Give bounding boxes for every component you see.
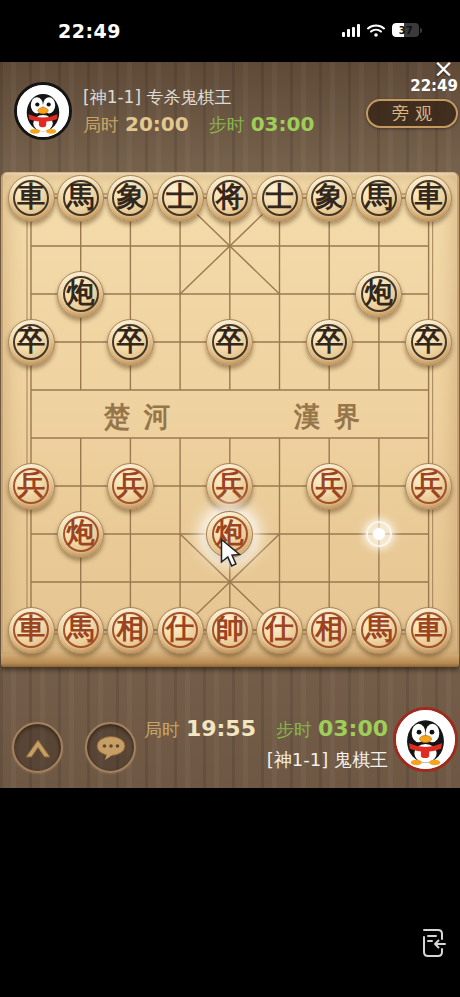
spectate-button[interactable]: 旁观 (366, 99, 458, 128)
piece-red-兵[interactable]: 兵 (8, 463, 55, 510)
wifi-icon (367, 24, 385, 37)
piece-character: 兵 (17, 471, 45, 499)
piece-character: 兵 (415, 471, 443, 499)
piece-character: 炮 (365, 279, 393, 307)
piece-character: 卒 (116, 327, 144, 355)
piece-character: 車 (17, 615, 45, 643)
player-name: [神1-1] 鬼棋王 (267, 748, 388, 772)
piece-black-卒[interactable]: 卒 (306, 319, 353, 366)
piece-character: 相 (116, 615, 144, 643)
piece-character: 炮 (67, 519, 95, 547)
piece-character: 帥 (216, 615, 244, 643)
piece-red-兵[interactable]: 兵 (306, 463, 353, 510)
battery-percent: 37 (392, 23, 419, 37)
piece-red-炮[interactable]: 炮 (57, 511, 104, 558)
floating-window-icon[interactable] (416, 927, 446, 959)
cellular-signal-icon (342, 24, 361, 37)
opponent-clock: 局时 20:00 步时 03:00 (83, 112, 314, 137)
piece-black-馬[interactable]: 馬 (57, 175, 104, 222)
piece-red-車[interactable]: 車 (8, 607, 55, 654)
move-origin-marker (366, 521, 392, 547)
status-bar: 22:49 37 (0, 0, 460, 62)
move-time-label: 步时 (209, 113, 245, 137)
piece-character: 士 (166, 183, 194, 211)
game-time-value: 19:55 (186, 716, 256, 741)
river-label-right: 漢界 (294, 399, 374, 436)
piece-black-卒[interactable]: 卒 (107, 319, 154, 366)
piece-black-炮[interactable]: 炮 (355, 271, 402, 318)
piece-character: 馬 (365, 615, 393, 643)
board-grid (0, 172, 460, 654)
piece-red-兵[interactable]: 兵 (107, 463, 154, 510)
piece-red-仕[interactable]: 仕 (256, 607, 303, 654)
player-avatar[interactable] (393, 707, 458, 772)
piece-character: 将 (216, 183, 244, 211)
expand-menu-button[interactable] (12, 722, 63, 773)
piece-black-卒[interactable]: 卒 (206, 319, 253, 366)
piece-black-馬[interactable]: 馬 (355, 175, 402, 222)
piece-character: 車 (415, 183, 443, 211)
piece-character: 卒 (415, 327, 443, 355)
status-time: 22:49 (58, 20, 121, 42)
piece-red-馬[interactable]: 馬 (57, 607, 104, 654)
game-time-label: 局时 (144, 718, 180, 742)
qq-penguin-icon (17, 85, 69, 137)
piece-black-将[interactable]: 将 (206, 175, 253, 222)
piece-character: 象 (315, 183, 343, 211)
piece-red-車[interactable]: 車 (405, 607, 452, 654)
river-label-left: 楚河 (104, 399, 184, 436)
game-time-value: 20:00 (125, 112, 189, 136)
phone-screen: 22:49 37 (0, 0, 460, 997)
piece-character: 馬 (67, 615, 95, 643)
piece-red-相[interactable]: 相 (306, 607, 353, 654)
piece-black-士[interactable]: 士 (157, 175, 204, 222)
xiangqi-board[interactable]: 楚河 漢界 車馬象士将士象馬車炮炮卒卒卒卒卒兵兵兵兵兵炮炮車馬相仕帥仕相馬車 (0, 172, 460, 667)
piece-character: 車 (17, 183, 45, 211)
piece-character: 卒 (17, 327, 45, 355)
piece-black-卒[interactable]: 卒 (405, 319, 452, 366)
letterbox-footer (0, 788, 460, 997)
piece-character: 象 (116, 183, 144, 211)
piece-character: 仕 (266, 615, 294, 643)
piece-character: 馬 (67, 183, 95, 211)
piece-black-車[interactable]: 車 (405, 175, 452, 222)
opponent-avatar[interactable] (14, 82, 72, 140)
piece-red-兵[interactable]: 兵 (206, 463, 253, 510)
piece-black-炮[interactable]: 炮 (57, 271, 104, 318)
opponent-name: [神1-1] 专杀鬼棋王 (83, 86, 231, 109)
piece-character: 士 (266, 183, 294, 211)
piece-character: 馬 (365, 183, 393, 211)
move-time-label: 步时 (276, 718, 312, 742)
piece-character: 兵 (216, 471, 244, 499)
move-time-value: 03:00 (318, 716, 388, 741)
piece-character: 兵 (315, 471, 343, 499)
piece-black-卒[interactable]: 卒 (8, 319, 55, 366)
piece-red-帥[interactable]: 帥 (206, 607, 253, 654)
piece-black-象[interactable]: 象 (107, 175, 154, 222)
move-time-value: 03:00 (251, 112, 315, 136)
chevron-up-icon (23, 736, 53, 760)
chat-button[interactable] (85, 722, 136, 773)
piece-black-象[interactable]: 象 (306, 175, 353, 222)
piece-red-相[interactable]: 相 (107, 607, 154, 654)
piece-red-馬[interactable]: 馬 (355, 607, 402, 654)
battery-icon: 37 (392, 23, 419, 37)
piece-red-兵[interactable]: 兵 (405, 463, 452, 510)
qq-penguin-icon (396, 710, 455, 769)
piece-character: 兵 (116, 471, 144, 499)
piece-character: 相 (315, 615, 343, 643)
piece-character: 卒 (315, 327, 343, 355)
piece-character: 卒 (216, 327, 244, 355)
mouse-cursor-icon (220, 538, 244, 568)
battery-nub (420, 28, 422, 33)
status-icons: 37 (342, 22, 422, 38)
piece-character: 車 (415, 615, 443, 643)
game-time-label: 局时 (83, 113, 119, 137)
piece-character: 仕 (166, 615, 194, 643)
piece-character: 炮 (67, 279, 95, 307)
chat-bubble-icon (95, 735, 127, 761)
player-clock: 局时 19:55 步时 03:00 (144, 716, 388, 742)
piece-red-仕[interactable]: 仕 (157, 607, 204, 654)
piece-black-士[interactable]: 士 (256, 175, 303, 222)
piece-black-車[interactable]: 車 (8, 175, 55, 222)
board-front-edge (1, 654, 459, 667)
game-area: [神1-1] 专杀鬼棋王 局时 20:00 步时 03:00 × 22:49 旁… (0, 62, 460, 788)
overlay-clock: 22:49 (410, 77, 458, 95)
